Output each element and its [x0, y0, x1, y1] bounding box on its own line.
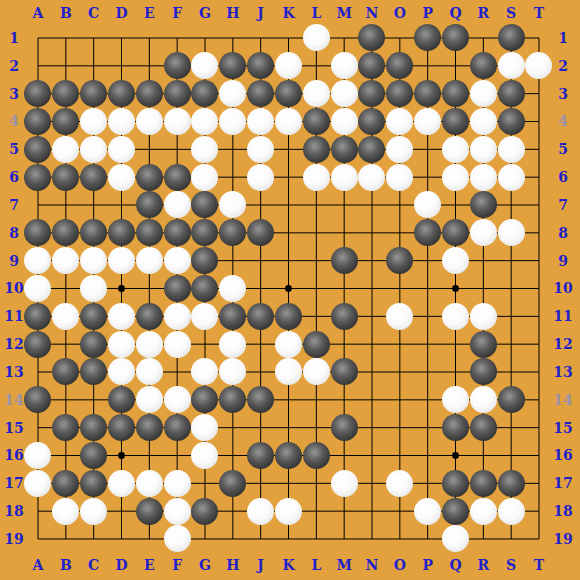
- intersection-C2[interactable]: [80, 52, 108, 80]
- intersection-R2[interactable]: [469, 52, 497, 80]
- intersection-A7[interactable]: [24, 191, 52, 219]
- intersection-K2[interactable]: [275, 52, 303, 80]
- intersection-R5[interactable]: [469, 135, 497, 163]
- intersection-M3[interactable]: [330, 80, 358, 108]
- intersection-H8[interactable]: [219, 219, 247, 247]
- intersection-S14[interactable]: [497, 386, 525, 414]
- intersection-P19[interactable]: [414, 525, 442, 553]
- intersection-E3[interactable]: [135, 80, 163, 108]
- intersection-S17[interactable]: [497, 469, 525, 497]
- intersection-K9[interactable]: [275, 247, 303, 275]
- intersection-N11[interactable]: [358, 302, 386, 330]
- intersection-K1[interactable]: [275, 24, 303, 52]
- intersection-N15[interactable]: [358, 414, 386, 442]
- intersection-S19[interactable]: [497, 525, 525, 553]
- intersection-O8[interactable]: [386, 219, 414, 247]
- intersection-A17[interactable]: [24, 469, 52, 497]
- intersection-B14[interactable]: [52, 386, 80, 414]
- intersection-D2[interactable]: [108, 52, 136, 80]
- intersection-F2[interactable]: [163, 52, 191, 80]
- intersection-B12[interactable]: [52, 330, 80, 358]
- intersection-E13[interactable]: [135, 358, 163, 386]
- intersection-L17[interactable]: [302, 469, 330, 497]
- intersection-K17[interactable]: [275, 469, 303, 497]
- intersection-L3[interactable]: [302, 80, 330, 108]
- intersection-P6[interactable]: [414, 163, 442, 191]
- intersection-D9[interactable]: [108, 247, 136, 275]
- intersection-T10[interactable]: [525, 275, 553, 303]
- intersection-P5[interactable]: [414, 135, 442, 163]
- intersection-F4[interactable]: [163, 108, 191, 136]
- intersection-M9[interactable]: [330, 247, 358, 275]
- intersection-H5[interactable]: [219, 135, 247, 163]
- intersection-E15[interactable]: [135, 414, 163, 442]
- intersection-O18[interactable]: [386, 497, 414, 525]
- intersection-A12[interactable]: [24, 330, 52, 358]
- intersection-P18[interactable]: [414, 497, 442, 525]
- intersection-N17[interactable]: [358, 469, 386, 497]
- intersection-Q5[interactable]: [442, 135, 470, 163]
- intersection-R11[interactable]: [469, 302, 497, 330]
- intersection-K6[interactable]: [275, 163, 303, 191]
- intersection-K12[interactable]: [275, 330, 303, 358]
- intersection-B17[interactable]: [52, 469, 80, 497]
- intersection-C6[interactable]: [80, 163, 108, 191]
- intersection-A5[interactable]: [24, 135, 52, 163]
- intersection-N7[interactable]: [358, 191, 386, 219]
- intersection-M18[interactable]: [330, 497, 358, 525]
- intersection-S5[interactable]: [497, 135, 525, 163]
- intersection-A18[interactable]: [24, 497, 52, 525]
- intersection-C7[interactable]: [80, 191, 108, 219]
- intersection-C13[interactable]: [80, 358, 108, 386]
- intersection-Q14[interactable]: [442, 386, 470, 414]
- intersection-H14[interactable]: [219, 386, 247, 414]
- intersection-J3[interactable]: [247, 80, 275, 108]
- intersection-H4[interactable]: [219, 108, 247, 136]
- intersection-C17[interactable]: [80, 469, 108, 497]
- intersection-P15[interactable]: [414, 414, 442, 442]
- intersection-D13[interactable]: [108, 358, 136, 386]
- intersection-T13[interactable]: [525, 358, 553, 386]
- intersection-T2[interactable]: [525, 52, 553, 80]
- intersection-A10[interactable]: [24, 275, 52, 303]
- intersection-D18[interactable]: [108, 497, 136, 525]
- intersection-E16[interactable]: [135, 442, 163, 470]
- intersection-H13[interactable]: [219, 358, 247, 386]
- intersection-P16[interactable]: [414, 442, 442, 470]
- intersection-M4[interactable]: [330, 108, 358, 136]
- intersection-P10[interactable]: [414, 275, 442, 303]
- intersection-L7[interactable]: [302, 191, 330, 219]
- intersection-M2[interactable]: [330, 52, 358, 80]
- intersection-K11[interactable]: [275, 302, 303, 330]
- intersection-O11[interactable]: [386, 302, 414, 330]
- intersection-A9[interactable]: [24, 247, 52, 275]
- intersection-E17[interactable]: [135, 469, 163, 497]
- intersection-N16[interactable]: [358, 442, 386, 470]
- intersection-E2[interactable]: [135, 52, 163, 80]
- intersection-D14[interactable]: [108, 386, 136, 414]
- intersection-S10[interactable]: [497, 275, 525, 303]
- intersection-T6[interactable]: [525, 163, 553, 191]
- intersection-P9[interactable]: [414, 247, 442, 275]
- intersection-C4[interactable]: [80, 108, 108, 136]
- intersection-A2[interactable]: [24, 52, 52, 80]
- intersection-C1[interactable]: [80, 24, 108, 52]
- intersection-L1[interactable]: [302, 24, 330, 52]
- intersection-L10[interactable]: [302, 275, 330, 303]
- intersection-K14[interactable]: [275, 386, 303, 414]
- intersection-O19[interactable]: [386, 525, 414, 553]
- intersection-A8[interactable]: [24, 219, 52, 247]
- intersection-O4[interactable]: [386, 108, 414, 136]
- intersection-E4[interactable]: [135, 108, 163, 136]
- intersection-H2[interactable]: [219, 52, 247, 80]
- intersection-B5[interactable]: [52, 135, 80, 163]
- intersection-C16[interactable]: [80, 442, 108, 470]
- intersection-S11[interactable]: [497, 302, 525, 330]
- intersection-Q19[interactable]: [442, 525, 470, 553]
- intersection-P12[interactable]: [414, 330, 442, 358]
- intersection-E19[interactable]: [135, 525, 163, 553]
- intersection-M12[interactable]: [330, 330, 358, 358]
- intersection-M1[interactable]: [330, 24, 358, 52]
- intersection-L18[interactable]: [302, 497, 330, 525]
- intersection-J9[interactable]: [247, 247, 275, 275]
- intersection-T17[interactable]: [525, 469, 553, 497]
- intersection-F10[interactable]: [163, 275, 191, 303]
- intersection-B19[interactable]: [52, 525, 80, 553]
- intersection-N9[interactable]: [358, 247, 386, 275]
- intersection-F3[interactable]: [163, 80, 191, 108]
- intersection-A6[interactable]: [24, 163, 52, 191]
- intersection-P2[interactable]: [414, 52, 442, 80]
- intersection-R6[interactable]: [469, 163, 497, 191]
- intersection-J12[interactable]: [247, 330, 275, 358]
- intersection-J18[interactable]: [247, 497, 275, 525]
- intersection-G8[interactable]: [191, 219, 219, 247]
- intersection-K5[interactable]: [275, 135, 303, 163]
- intersection-S18[interactable]: [497, 497, 525, 525]
- intersection-E18[interactable]: [135, 497, 163, 525]
- intersection-F16[interactable]: [163, 442, 191, 470]
- intersection-Q16[interactable]: [442, 442, 470, 470]
- intersection-C12[interactable]: [80, 330, 108, 358]
- intersection-O2[interactable]: [386, 52, 414, 80]
- intersection-K4[interactable]: [275, 108, 303, 136]
- intersection-B7[interactable]: [52, 191, 80, 219]
- intersection-G3[interactable]: [191, 80, 219, 108]
- intersection-N3[interactable]: [358, 80, 386, 108]
- intersection-L5[interactable]: [302, 135, 330, 163]
- intersection-P1[interactable]: [414, 24, 442, 52]
- intersection-Q18[interactable]: [442, 497, 470, 525]
- intersection-S6[interactable]: [497, 163, 525, 191]
- intersection-G18[interactable]: [191, 497, 219, 525]
- intersection-M6[interactable]: [330, 163, 358, 191]
- intersection-N14[interactable]: [358, 386, 386, 414]
- intersection-O1[interactable]: [386, 24, 414, 52]
- intersection-D1[interactable]: [108, 24, 136, 52]
- intersection-Q13[interactable]: [442, 358, 470, 386]
- intersection-G12[interactable]: [191, 330, 219, 358]
- intersection-K18[interactable]: [275, 497, 303, 525]
- intersection-R8[interactable]: [469, 219, 497, 247]
- intersection-S9[interactable]: [497, 247, 525, 275]
- intersection-B3[interactable]: [52, 80, 80, 108]
- intersection-T16[interactable]: [525, 442, 553, 470]
- intersection-O16[interactable]: [386, 442, 414, 470]
- intersection-E9[interactable]: [135, 247, 163, 275]
- intersection-B6[interactable]: [52, 163, 80, 191]
- intersection-H3[interactable]: [219, 80, 247, 108]
- intersection-G17[interactable]: [191, 469, 219, 497]
- intersection-S8[interactable]: [497, 219, 525, 247]
- intersection-M13[interactable]: [330, 358, 358, 386]
- intersection-G13[interactable]: [191, 358, 219, 386]
- intersection-T7[interactable]: [525, 191, 553, 219]
- intersection-G19[interactable]: [191, 525, 219, 553]
- intersection-D6[interactable]: [108, 163, 136, 191]
- intersection-S16[interactable]: [497, 442, 525, 470]
- intersection-J11[interactable]: [247, 302, 275, 330]
- intersection-D15[interactable]: [108, 414, 136, 442]
- intersection-G1[interactable]: [191, 24, 219, 52]
- intersection-E11[interactable]: [135, 302, 163, 330]
- intersection-P17[interactable]: [414, 469, 442, 497]
- intersection-T14[interactable]: [525, 386, 553, 414]
- intersection-S13[interactable]: [497, 358, 525, 386]
- intersection-H11[interactable]: [219, 302, 247, 330]
- intersection-M16[interactable]: [330, 442, 358, 470]
- intersection-R13[interactable]: [469, 358, 497, 386]
- intersection-L14[interactable]: [302, 386, 330, 414]
- intersection-L4[interactable]: [302, 108, 330, 136]
- intersection-E1[interactable]: [135, 24, 163, 52]
- intersection-K13[interactable]: [275, 358, 303, 386]
- intersection-G6[interactable]: [191, 163, 219, 191]
- intersection-A3[interactable]: [24, 80, 52, 108]
- intersection-T1[interactable]: [525, 24, 553, 52]
- intersection-J7[interactable]: [247, 191, 275, 219]
- intersection-R19[interactable]: [469, 525, 497, 553]
- intersection-Q8[interactable]: [442, 219, 470, 247]
- intersection-L15[interactable]: [302, 414, 330, 442]
- intersection-L19[interactable]: [302, 525, 330, 553]
- intersection-R4[interactable]: [469, 108, 497, 136]
- intersection-C8[interactable]: [80, 219, 108, 247]
- intersection-B1[interactable]: [52, 24, 80, 52]
- intersection-H19[interactable]: [219, 525, 247, 553]
- intersection-F19[interactable]: [163, 525, 191, 553]
- intersection-Q2[interactable]: [442, 52, 470, 80]
- intersection-J14[interactable]: [247, 386, 275, 414]
- intersection-A19[interactable]: [24, 525, 52, 553]
- intersection-L8[interactable]: [302, 219, 330, 247]
- intersection-N10[interactable]: [358, 275, 386, 303]
- intersection-F9[interactable]: [163, 247, 191, 275]
- intersection-O6[interactable]: [386, 163, 414, 191]
- intersection-N4[interactable]: [358, 108, 386, 136]
- intersection-O7[interactable]: [386, 191, 414, 219]
- intersection-K8[interactable]: [275, 219, 303, 247]
- intersection-D10[interactable]: [108, 275, 136, 303]
- intersection-H10[interactable]: [219, 275, 247, 303]
- intersection-P4[interactable]: [414, 108, 442, 136]
- intersection-J2[interactable]: [247, 52, 275, 80]
- intersection-P13[interactable]: [414, 358, 442, 386]
- intersection-S3[interactable]: [497, 80, 525, 108]
- intersection-D3[interactable]: [108, 80, 136, 108]
- intersection-L6[interactable]: [302, 163, 330, 191]
- intersection-Q10[interactable]: [442, 275, 470, 303]
- intersection-J5[interactable]: [247, 135, 275, 163]
- intersection-N1[interactable]: [358, 24, 386, 52]
- intersection-Q7[interactable]: [442, 191, 470, 219]
- intersection-A13[interactable]: [24, 358, 52, 386]
- intersection-B15[interactable]: [52, 414, 80, 442]
- intersection-T3[interactable]: [525, 80, 553, 108]
- intersection-K19[interactable]: [275, 525, 303, 553]
- intersection-L12[interactable]: [302, 330, 330, 358]
- intersection-N2[interactable]: [358, 52, 386, 80]
- intersection-N19[interactable]: [358, 525, 386, 553]
- intersection-G11[interactable]: [191, 302, 219, 330]
- intersection-N12[interactable]: [358, 330, 386, 358]
- intersection-A1[interactable]: [24, 24, 52, 52]
- intersection-C5[interactable]: [80, 135, 108, 163]
- intersection-H7[interactable]: [219, 191, 247, 219]
- intersection-K10[interactable]: [275, 275, 303, 303]
- intersection-R14[interactable]: [469, 386, 497, 414]
- intersection-Q6[interactable]: [442, 163, 470, 191]
- intersection-F11[interactable]: [163, 302, 191, 330]
- intersection-A16[interactable]: [24, 442, 52, 470]
- intersection-F12[interactable]: [163, 330, 191, 358]
- intersection-J6[interactable]: [247, 163, 275, 191]
- intersection-R10[interactable]: [469, 275, 497, 303]
- intersection-F17[interactable]: [163, 469, 191, 497]
- intersection-F5[interactable]: [163, 135, 191, 163]
- intersection-K15[interactable]: [275, 414, 303, 442]
- intersection-E12[interactable]: [135, 330, 163, 358]
- intersection-T4[interactable]: [525, 108, 553, 136]
- intersection-H9[interactable]: [219, 247, 247, 275]
- intersection-P8[interactable]: [414, 219, 442, 247]
- intersection-A11[interactable]: [24, 302, 52, 330]
- intersection-E6[interactable]: [135, 163, 163, 191]
- intersection-B2[interactable]: [52, 52, 80, 80]
- intersection-C19[interactable]: [80, 525, 108, 553]
- intersection-O17[interactable]: [386, 469, 414, 497]
- intersection-O3[interactable]: [386, 80, 414, 108]
- intersection-J1[interactable]: [247, 24, 275, 52]
- intersection-F14[interactable]: [163, 386, 191, 414]
- intersection-Q9[interactable]: [442, 247, 470, 275]
- intersection-F1[interactable]: [163, 24, 191, 52]
- intersection-J16[interactable]: [247, 442, 275, 470]
- intersection-J19[interactable]: [247, 525, 275, 553]
- intersection-G15[interactable]: [191, 414, 219, 442]
- intersection-R18[interactable]: [469, 497, 497, 525]
- intersection-R1[interactable]: [469, 24, 497, 52]
- intersection-M14[interactable]: [330, 386, 358, 414]
- intersection-M10[interactable]: [330, 275, 358, 303]
- intersection-E10[interactable]: [135, 275, 163, 303]
- intersection-O5[interactable]: [386, 135, 414, 163]
- intersection-N5[interactable]: [358, 135, 386, 163]
- intersection-S4[interactable]: [497, 108, 525, 136]
- intersection-C11[interactable]: [80, 302, 108, 330]
- intersection-H18[interactable]: [219, 497, 247, 525]
- intersection-D7[interactable]: [108, 191, 136, 219]
- intersection-T18[interactable]: [525, 497, 553, 525]
- intersection-Q3[interactable]: [442, 80, 470, 108]
- intersection-M7[interactable]: [330, 191, 358, 219]
- intersection-Q17[interactable]: [442, 469, 470, 497]
- intersection-P11[interactable]: [414, 302, 442, 330]
- intersection-T9[interactable]: [525, 247, 553, 275]
- intersection-M5[interactable]: [330, 135, 358, 163]
- intersection-H12[interactable]: [219, 330, 247, 358]
- intersection-E7[interactable]: [135, 191, 163, 219]
- intersection-D16[interactable]: [108, 442, 136, 470]
- intersection-T12[interactable]: [525, 330, 553, 358]
- intersection-A14[interactable]: [24, 386, 52, 414]
- intersection-L2[interactable]: [302, 52, 330, 80]
- intersection-G10[interactable]: [191, 275, 219, 303]
- intersection-J13[interactable]: [247, 358, 275, 386]
- intersection-L9[interactable]: [302, 247, 330, 275]
- intersection-T8[interactable]: [525, 219, 553, 247]
- intersection-M15[interactable]: [330, 414, 358, 442]
- intersection-S1[interactable]: [497, 24, 525, 52]
- intersection-B11[interactable]: [52, 302, 80, 330]
- intersection-P7[interactable]: [414, 191, 442, 219]
- intersection-B10[interactable]: [52, 275, 80, 303]
- intersection-D12[interactable]: [108, 330, 136, 358]
- intersection-T11[interactable]: [525, 302, 553, 330]
- intersection-L11[interactable]: [302, 302, 330, 330]
- intersection-R9[interactable]: [469, 247, 497, 275]
- intersection-C15[interactable]: [80, 414, 108, 442]
- intersection-J8[interactable]: [247, 219, 275, 247]
- intersection-C9[interactable]: [80, 247, 108, 275]
- intersection-M8[interactable]: [330, 219, 358, 247]
- intersection-Q1[interactable]: [442, 24, 470, 52]
- intersection-G4[interactable]: [191, 108, 219, 136]
- intersection-D19[interactable]: [108, 525, 136, 553]
- intersection-Q11[interactable]: [442, 302, 470, 330]
- intersection-D5[interactable]: [108, 135, 136, 163]
- intersection-E14[interactable]: [135, 386, 163, 414]
- intersection-P14[interactable]: [414, 386, 442, 414]
- intersection-B8[interactable]: [52, 219, 80, 247]
- intersection-F8[interactable]: [163, 219, 191, 247]
- intersection-M17[interactable]: [330, 469, 358, 497]
- intersection-N8[interactable]: [358, 219, 386, 247]
- intersection-J4[interactable]: [247, 108, 275, 136]
- intersection-T19[interactable]: [525, 525, 553, 553]
- intersection-P3[interactable]: [414, 80, 442, 108]
- intersection-N6[interactable]: [358, 163, 386, 191]
- intersection-R7[interactable]: [469, 191, 497, 219]
- intersection-J10[interactable]: [247, 275, 275, 303]
- intersection-O13[interactable]: [386, 358, 414, 386]
- intersection-F18[interactable]: [163, 497, 191, 525]
- intersection-F6[interactable]: [163, 163, 191, 191]
